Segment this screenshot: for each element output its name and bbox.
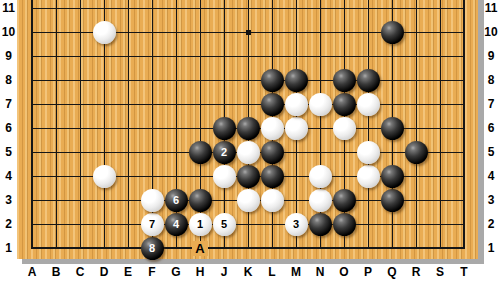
- stone-black-O3[interactable]: [333, 189, 356, 212]
- grid-line-col-F: [152, 0, 153, 249]
- stone-black-Q10[interactable]: [381, 21, 404, 44]
- column-label-T: T: [455, 263, 473, 281]
- stone-black-R5[interactable]: [405, 141, 428, 164]
- grid-line-row-9: [31, 56, 465, 57]
- stone-white-F2[interactable]: 7: [141, 213, 164, 236]
- grid-line-col-C: [80, 0, 81, 249]
- row-label-right-3: 3: [482, 192, 500, 208]
- stone-white-F3[interactable]: [141, 189, 164, 212]
- stone-black-N2[interactable]: [309, 213, 332, 236]
- stone-black-G2[interactable]: 4: [165, 213, 188, 236]
- grid-line-col-A: [31, 0, 33, 249]
- stone-white-M7[interactable]: [285, 93, 308, 116]
- stone-black-K6[interactable]: [237, 117, 260, 140]
- stone-black-H5[interactable]: [189, 141, 212, 164]
- grid-line-col-G: [176, 0, 177, 249]
- row-label-right-9: 9: [482, 48, 500, 64]
- column-label-D: D: [95, 263, 113, 281]
- grid-line-col-E: [128, 0, 129, 249]
- row-label-right-7: 7: [482, 96, 500, 112]
- stone-white-N3[interactable]: [309, 189, 332, 212]
- stone-white-P4[interactable]: [357, 165, 380, 188]
- grid-line-row-7: [31, 104, 465, 105]
- row-label-left-6: 6: [0, 120, 17, 136]
- go-diagram-page: 84627153A 1110987654321 1110987654321 AB…: [0, 0, 500, 284]
- grid-line-col-P: [368, 0, 369, 249]
- stone-black-L7[interactable]: [261, 93, 284, 116]
- stone-white-P5[interactable]: [357, 141, 380, 164]
- stone-black-J5[interactable]: 2: [213, 141, 236, 164]
- stone-black-G3[interactable]: 6: [165, 189, 188, 212]
- stone-black-O2[interactable]: [333, 213, 356, 236]
- column-label-G: G: [167, 263, 185, 281]
- stone-white-M6[interactable]: [285, 117, 308, 140]
- grid-line-col-R: [416, 0, 417, 249]
- go-board[interactable]: 84627153A: [17, 0, 478, 259]
- stone-white-K3[interactable]: [237, 189, 260, 212]
- row-label-right-6: 6: [482, 120, 500, 136]
- column-label-N: N: [311, 263, 329, 281]
- row-label-left-7: 7: [0, 96, 17, 112]
- column-label-L: L: [263, 263, 281, 281]
- stone-black-F1[interactable]: 8: [141, 237, 164, 260]
- stone-white-L3[interactable]: [261, 189, 284, 212]
- grid-line-row-1: [31, 247, 465, 249]
- stone-black-Q3[interactable]: [381, 189, 404, 212]
- row-label-right-10: 10: [482, 24, 500, 40]
- column-label-P: P: [359, 263, 377, 281]
- stone-black-O7[interactable]: [333, 93, 356, 116]
- row-label-left-9: 9: [0, 48, 17, 64]
- column-label-O: O: [335, 263, 353, 281]
- stone-white-D4[interactable]: [93, 165, 116, 188]
- stone-black-H3[interactable]: [189, 189, 212, 212]
- row-labels-right: 1110987654321: [482, 0, 500, 259]
- stone-white-P7[interactable]: [357, 93, 380, 116]
- grid-line-col-N: [320, 0, 321, 249]
- stone-white-H2[interactable]: 1: [189, 213, 212, 236]
- column-label-E: E: [119, 263, 137, 281]
- column-label-M: M: [287, 263, 305, 281]
- grid-line-col-T: [463, 0, 465, 249]
- column-label-J: J: [215, 263, 233, 281]
- column-label-S: S: [431, 263, 449, 281]
- stone-black-K4[interactable]: [237, 165, 260, 188]
- stone-black-Q4[interactable]: [381, 165, 404, 188]
- row-label-left-11: 11: [0, 0, 17, 16]
- stone-white-N4[interactable]: [309, 165, 332, 188]
- row-label-left-2: 2: [0, 216, 17, 232]
- grid-line-row-8: [31, 80, 465, 81]
- stone-white-J4[interactable]: [213, 165, 236, 188]
- star-point-K10: [246, 30, 251, 35]
- column-label-C: C: [71, 263, 89, 281]
- row-label-right-1: 1: [482, 240, 500, 256]
- stone-black-L4[interactable]: [261, 165, 284, 188]
- stone-white-D10[interactable]: [93, 21, 116, 44]
- column-label-K: K: [239, 263, 257, 281]
- row-label-right-2: 2: [482, 216, 500, 232]
- row-label-left-1: 1: [0, 240, 17, 256]
- column-label-B: B: [47, 263, 65, 281]
- stone-black-O8[interactable]: [333, 69, 356, 92]
- column-labels-bottom: ABCDEFGHJKLMNOPQRST: [0, 263, 500, 283]
- row-label-left-8: 8: [0, 72, 17, 88]
- row-label-right-8: 8: [482, 72, 500, 88]
- stone-black-J6[interactable]: [213, 117, 236, 140]
- column-label-H: H: [191, 263, 209, 281]
- stone-black-P8[interactable]: [357, 69, 380, 92]
- column-label-Q: Q: [383, 263, 401, 281]
- stone-white-O6[interactable]: [333, 117, 356, 140]
- grid-line-col-S: [440, 0, 441, 249]
- stone-black-M8[interactable]: [285, 69, 308, 92]
- grid-line-col-B: [56, 0, 57, 249]
- stone-black-L8[interactable]: [261, 69, 284, 92]
- grid-line-col-H: [200, 0, 201, 249]
- stone-white-L6[interactable]: [261, 117, 284, 140]
- column-label-R: R: [407, 263, 425, 281]
- row-labels-left: 1110987654321: [0, 0, 17, 259]
- grid-line-row-2: [31, 224, 465, 225]
- stone-white-K5[interactable]: [237, 141, 260, 164]
- stone-white-M2[interactable]: 3: [285, 213, 308, 236]
- point-label-A: A: [192, 241, 208, 256]
- stone-white-J2[interactable]: 5: [213, 213, 236, 236]
- stone-white-N7[interactable]: [309, 93, 332, 116]
- row-label-left-4: 4: [0, 168, 17, 184]
- column-label-A: A: [23, 263, 41, 281]
- row-label-right-4: 4: [482, 168, 500, 184]
- row-label-left-5: 5: [0, 144, 17, 160]
- row-label-left-10: 10: [0, 24, 17, 40]
- stone-black-Q6[interactable]: [381, 117, 404, 140]
- row-label-left-3: 3: [0, 192, 17, 208]
- grid-line-row-11: [31, 8, 465, 9]
- row-label-right-5: 5: [482, 144, 500, 160]
- column-label-F: F: [143, 263, 161, 281]
- stone-black-L5[interactable]: [261, 141, 284, 164]
- row-label-right-11: 11: [482, 0, 500, 16]
